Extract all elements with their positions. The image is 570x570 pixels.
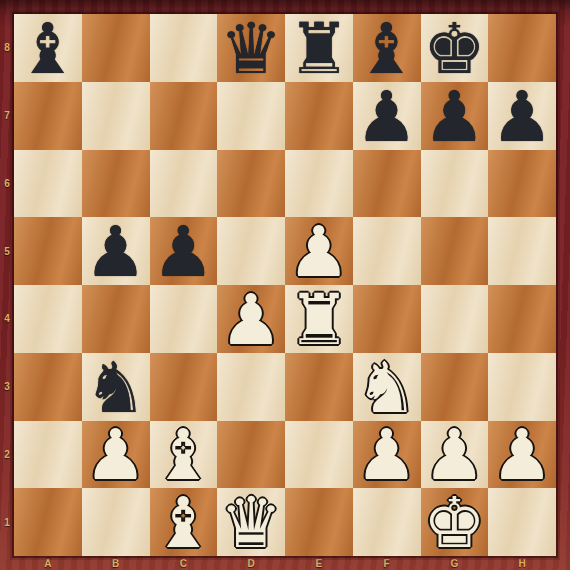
square-g3[interactable]	[421, 353, 489, 421]
file-label-f: F	[353, 556, 421, 570]
square-a2[interactable]	[14, 421, 82, 489]
square-f3[interactable]: ♞	[353, 353, 421, 421]
square-h5[interactable]	[488, 217, 556, 285]
piece-black-pawn[interactable]: ♟	[152, 217, 215, 285]
square-h2[interactable]: ♟	[488, 421, 556, 489]
square-h3[interactable]	[488, 353, 556, 421]
square-b8[interactable]	[82, 14, 150, 82]
square-g4[interactable]	[421, 285, 489, 353]
rank-label-2: 2	[0, 421, 14, 489]
square-a5[interactable]	[14, 217, 82, 285]
square-f7[interactable]: ♟	[353, 82, 421, 150]
rank-label-4: 4	[0, 285, 14, 353]
piece-black-knight[interactable]: ♞	[84, 353, 147, 421]
square-e7[interactable]	[285, 82, 353, 150]
square-h1[interactable]	[488, 488, 556, 556]
square-g5[interactable]	[421, 217, 489, 285]
file-label-g: G	[421, 556, 489, 570]
square-b2[interactable]: ♟	[82, 421, 150, 489]
square-e2[interactable]	[285, 421, 353, 489]
square-e3[interactable]	[285, 353, 353, 421]
square-b1[interactable]	[82, 488, 150, 556]
rank-label-1: 1	[0, 488, 14, 556]
square-h4[interactable]	[488, 285, 556, 353]
piece-white-bishop[interactable]: ♝	[152, 421, 215, 489]
file-label-e: E	[285, 556, 353, 570]
square-b3[interactable]: ♞	[82, 353, 150, 421]
piece-white-knight[interactable]: ♞	[355, 353, 418, 421]
piece-black-pawn[interactable]: ♟	[355, 82, 418, 150]
square-f4[interactable]	[353, 285, 421, 353]
piece-white-pawn[interactable]: ♟	[220, 285, 283, 353]
rank-labels: 87654321	[0, 14, 14, 556]
square-c1[interactable]: ♝	[150, 488, 218, 556]
square-e5[interactable]: ♟	[285, 217, 353, 285]
square-d3[interactable]	[217, 353, 285, 421]
file-label-c: C	[150, 556, 218, 570]
square-a1[interactable]	[14, 488, 82, 556]
file-label-b: B	[82, 556, 150, 570]
square-a7[interactable]	[14, 82, 82, 150]
piece-black-pawn[interactable]: ♟	[491, 82, 554, 150]
piece-white-rook[interactable]: ♜	[287, 285, 350, 353]
square-c5[interactable]: ♟	[150, 217, 218, 285]
square-f5[interactable]	[353, 217, 421, 285]
square-f6[interactable]	[353, 150, 421, 218]
square-c7[interactable]	[150, 82, 218, 150]
square-e1[interactable]	[285, 488, 353, 556]
piece-black-bishop[interactable]: ♝	[355, 14, 418, 82]
piece-black-rook[interactable]: ♜	[287, 14, 350, 82]
square-d4[interactable]: ♟	[217, 285, 285, 353]
square-c8[interactable]	[150, 14, 218, 82]
square-d5[interactable]	[217, 217, 285, 285]
square-c2[interactable]: ♝	[150, 421, 218, 489]
rank-label-3: 3	[0, 353, 14, 421]
rank-label-8: 8	[0, 14, 14, 82]
square-c3[interactable]	[150, 353, 218, 421]
piece-white-pawn[interactable]: ♟	[423, 421, 486, 489]
rank-label-7: 7	[0, 82, 14, 150]
piece-black-pawn[interactable]: ♟	[423, 82, 486, 150]
piece-white-king[interactable]: ♚	[423, 488, 486, 556]
square-f1[interactable]	[353, 488, 421, 556]
square-e4[interactable]: ♜	[285, 285, 353, 353]
piece-white-bishop[interactable]: ♝	[152, 488, 215, 556]
square-g8[interactable]: ♚	[421, 14, 489, 82]
square-g7[interactable]: ♟	[421, 82, 489, 150]
file-label-d: D	[217, 556, 285, 570]
square-f8[interactable]: ♝	[353, 14, 421, 82]
square-d8[interactable]: ♛	[217, 14, 285, 82]
square-e8[interactable]: ♜	[285, 14, 353, 82]
square-a6[interactable]	[14, 150, 82, 218]
piece-black-pawn[interactable]: ♟	[84, 217, 147, 285]
piece-white-pawn[interactable]: ♟	[355, 421, 418, 489]
square-h6[interactable]	[488, 150, 556, 218]
square-f2[interactable]: ♟	[353, 421, 421, 489]
rank-label-6: 6	[0, 150, 14, 218]
square-b6[interactable]	[82, 150, 150, 218]
square-a8[interactable]: ♝	[14, 14, 82, 82]
rank-label-5: 5	[0, 217, 14, 285]
file-label-a: A	[14, 556, 82, 570]
square-b7[interactable]	[82, 82, 150, 150]
chess-board: ♝♛♜♝♚♟♟♟♟♟♟♟♜♞♞♟♝♟♟♟♝♛♚	[14, 14, 556, 556]
piece-white-pawn[interactable]: ♟	[287, 217, 350, 285]
piece-white-pawn[interactable]: ♟	[491, 421, 554, 489]
square-c4[interactable]	[150, 285, 218, 353]
square-d1[interactable]: ♛	[217, 488, 285, 556]
square-b4[interactable]	[82, 285, 150, 353]
square-h8[interactable]	[488, 14, 556, 82]
square-g6[interactable]	[421, 150, 489, 218]
piece-black-queen[interactable]: ♛	[220, 14, 283, 82]
square-a3[interactable]	[14, 353, 82, 421]
square-a4[interactable]	[14, 285, 82, 353]
file-label-h: H	[488, 556, 556, 570]
square-c6[interactable]	[150, 150, 218, 218]
piece-white-queen[interactable]: ♛	[220, 488, 283, 556]
square-d7[interactable]	[217, 82, 285, 150]
square-g2[interactable]: ♟	[421, 421, 489, 489]
piece-black-bishop[interactable]: ♝	[16, 14, 79, 82]
square-d6[interactable]	[217, 150, 285, 218]
square-h7[interactable]: ♟	[488, 82, 556, 150]
chess-board-frame: 87654321 ABCDEFGH ♝♛♜♝♚♟♟♟♟♟♟♟♜♞♞♟♝♟♟♟♝♛…	[0, 0, 570, 570]
file-labels: ABCDEFGH	[14, 556, 556, 570]
square-e6[interactable]	[285, 150, 353, 218]
piece-white-pawn[interactable]: ♟	[84, 421, 147, 489]
square-g1[interactable]: ♚	[421, 488, 489, 556]
square-b5[interactable]: ♟	[82, 217, 150, 285]
square-d2[interactable]	[217, 421, 285, 489]
piece-black-king[interactable]: ♚	[423, 14, 486, 82]
